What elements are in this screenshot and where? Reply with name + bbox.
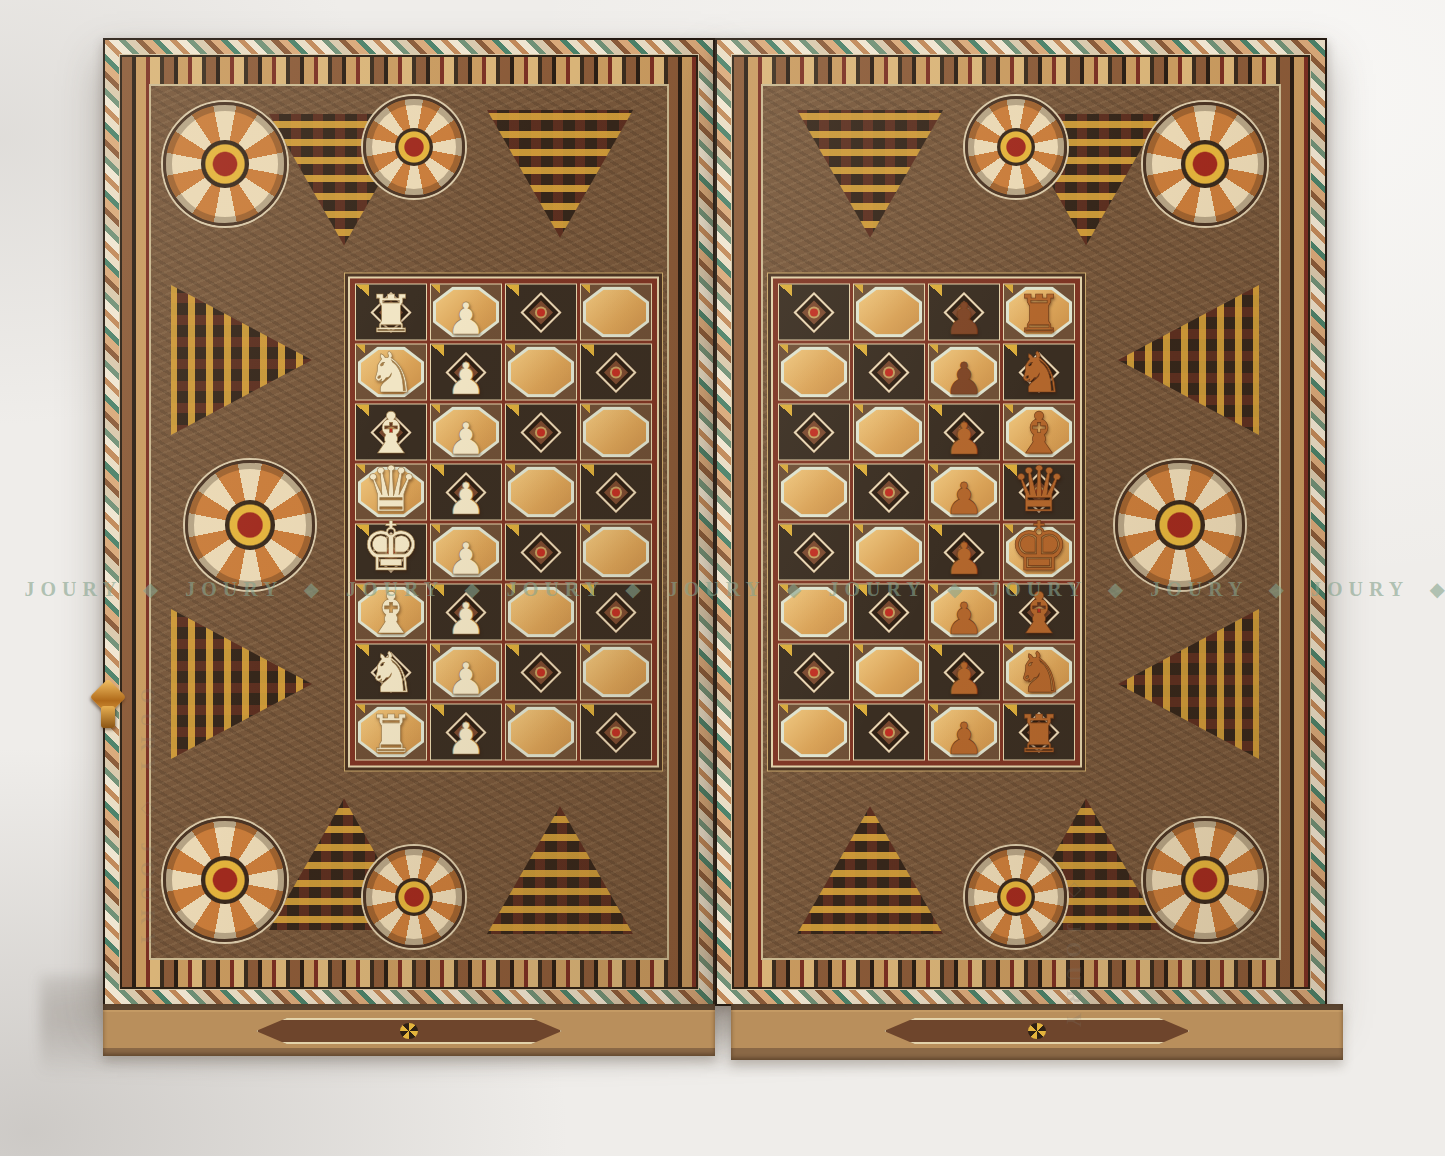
square-g1[interactable]: ♞: [356, 645, 426, 700]
deco-zone-top: [763, 86, 1279, 279]
mosaic-triangle: [797, 798, 943, 934]
piece-brown-knight[interactable]: ♞: [1014, 347, 1064, 399]
square-c8[interactable]: ♝: [1004, 405, 1074, 460]
mosaic-triangle: [171, 609, 321, 759]
star-rosette: [1143, 102, 1267, 226]
star-rosette: [1115, 460, 1245, 590]
deco-zone-bottom: [151, 765, 667, 958]
square-g6[interactable]: [854, 645, 924, 700]
board-half-left: ♜♞♝♛♚♝♞♜♟♟♟♟♟♟♟♟: [103, 38, 715, 1006]
piece-brown-rook[interactable]: ♜: [1016, 711, 1063, 759]
square-h8[interactable]: ♜: [1004, 705, 1074, 760]
piece-white-knight[interactable]: ♞: [366, 347, 416, 399]
mosaic-triangle: [487, 110, 633, 246]
square-d2[interactable]: ♟: [431, 465, 501, 520]
square-a1[interactable]: ♜: [356, 285, 426, 340]
square-d5[interactable]: [779, 465, 849, 520]
chess-board: ♜♞♝♛♚♝♞♜♟♟♟♟♟♟♟♟: [103, 38, 1343, 1006]
square-h4[interactable]: [581, 705, 651, 760]
square-g7[interactable]: ♟: [929, 645, 999, 700]
square-f1[interactable]: ♝: [356, 585, 426, 640]
piece-brown-pawn[interactable]: ♟: [944, 298, 983, 338]
piece-white-pawn[interactable]: ♟: [446, 658, 485, 698]
piece-white-rook[interactable]: ♜: [368, 711, 415, 759]
square-h5[interactable]: [779, 705, 849, 760]
piece-brown-bishop[interactable]: ♝: [1013, 586, 1064, 638]
deco-zone-side: [151, 279, 357, 765]
square-h1[interactable]: ♜: [356, 705, 426, 760]
mosaic-triangle: [171, 285, 321, 435]
piece-brown-pawn[interactable]: ♟: [944, 358, 983, 398]
piece-brown-pawn[interactable]: ♟: [944, 658, 983, 698]
piece-brown-pawn[interactable]: ♟: [944, 478, 983, 518]
square-a5[interactable]: [779, 285, 849, 340]
mosaic-triangle: [1109, 609, 1259, 759]
piece-brown-pawn[interactable]: ♟: [944, 418, 983, 458]
square-c5[interactable]: [779, 405, 849, 460]
square-e1[interactable]: ♚: [356, 525, 426, 580]
piece-white-pawn[interactable]: ♟: [446, 538, 485, 578]
square-a7[interactable]: ♟: [929, 285, 999, 340]
square-e5[interactable]: [779, 525, 849, 580]
square-f3[interactable]: [506, 585, 576, 640]
square-c7[interactable]: ♟: [929, 405, 999, 460]
square-b3[interactable]: [506, 345, 576, 400]
square-g4[interactable]: [581, 645, 651, 700]
piece-white-bishop[interactable]: ♝: [365, 406, 416, 458]
square-b4[interactable]: [581, 345, 651, 400]
square-h2[interactable]: ♟: [431, 705, 501, 760]
square-a4[interactable]: [581, 285, 651, 340]
mosaic-field: ♟♟♟♟♟♟♟♟♜♞♝♛♚♝♞♜: [761, 84, 1281, 960]
piece-white-pawn[interactable]: ♟: [446, 478, 485, 518]
photo-backdrop: ♜♞♝♛♚♝♞♜♟♟♟♟♟♟♟♟: [0, 0, 1445, 1156]
star-rosette: [163, 102, 287, 226]
deco-zone-top: [151, 86, 667, 279]
square-c6[interactable]: [854, 405, 924, 460]
square-e7[interactable]: ♟: [929, 525, 999, 580]
square-f7[interactable]: ♟: [929, 585, 999, 640]
piece-white-bishop[interactable]: ♝: [365, 586, 416, 638]
star-rosette: [163, 818, 287, 942]
square-h7[interactable]: ♟: [929, 705, 999, 760]
mosaic-triangle: [1109, 285, 1259, 435]
star-rosette: [1143, 818, 1267, 942]
deco-zone-side: [1073, 279, 1279, 765]
piece-white-rook[interactable]: ♜: [368, 291, 415, 339]
board-half-right: ♟♟♟♟♟♟♟♟♜♞♝♛♚♝♞♜: [715, 38, 1327, 1006]
piece-white-pawn[interactable]: ♟: [446, 358, 485, 398]
square-e8[interactable]: ♚: [1004, 525, 1074, 580]
square-a3[interactable]: [506, 285, 576, 340]
star-rosette: [965, 96, 1067, 198]
square-a8[interactable]: ♜: [1004, 285, 1074, 340]
square-g3[interactable]: [506, 645, 576, 700]
square-h3[interactable]: [506, 705, 576, 760]
piece-brown-pawn[interactable]: ♟: [944, 538, 983, 578]
square-f6[interactable]: [854, 585, 924, 640]
chess-grid-left: ♜♞♝♛♚♝♞♜♟♟♟♟♟♟♟♟: [350, 279, 657, 766]
square-b5[interactable]: [779, 345, 849, 400]
mosaic-triangle: [487, 798, 633, 934]
square-g8[interactable]: ♞: [1004, 645, 1074, 700]
star-rosette: [363, 846, 465, 948]
square-g5[interactable]: [779, 645, 849, 700]
square-c3[interactable]: [506, 405, 576, 460]
square-d6[interactable]: [854, 465, 924, 520]
square-f8[interactable]: ♝: [1004, 585, 1074, 640]
piece-brown-knight[interactable]: ♞: [1014, 647, 1064, 699]
square-e4[interactable]: [581, 525, 651, 580]
square-e3[interactable]: [506, 525, 576, 580]
square-a6[interactable]: [854, 285, 924, 340]
square-f4[interactable]: [581, 585, 651, 640]
box-side-edge-left: [103, 1004, 715, 1056]
square-c1[interactable]: ♝: [356, 405, 426, 460]
square-g2[interactable]: ♟: [431, 645, 501, 700]
box-side-edge-right: [731, 1004, 1343, 1060]
square-d4[interactable]: [581, 465, 651, 520]
square-e2[interactable]: ♟: [431, 525, 501, 580]
piece-brown-pawn[interactable]: ♟: [944, 598, 983, 638]
square-h6[interactable]: [854, 705, 924, 760]
piece-white-pawn[interactable]: ♟: [446, 598, 485, 638]
piece-white-pawn[interactable]: ♟: [446, 418, 485, 458]
square-f2[interactable]: ♟: [431, 585, 501, 640]
piece-white-knight[interactable]: ♞: [366, 647, 416, 699]
square-c2[interactable]: ♟: [431, 405, 501, 460]
square-c4[interactable]: [581, 405, 651, 460]
square-b1[interactable]: ♞: [356, 345, 426, 400]
square-a2[interactable]: ♟: [431, 285, 501, 340]
mosaic-field: ♜♞♝♛♚♝♞♜♟♟♟♟♟♟♟♟: [149, 84, 669, 960]
star-rosette: [363, 96, 465, 198]
piece-white-pawn[interactable]: ♟: [446, 298, 485, 338]
piece-brown-rook[interactable]: ♜: [1016, 291, 1063, 339]
piece-brown-king[interactable]: ♚: [1009, 516, 1070, 579]
mosaic-triangle: [797, 110, 943, 246]
brass-clasp-icon: [89, 676, 127, 732]
square-b2[interactable]: ♟: [431, 345, 501, 400]
square-f5[interactable]: [779, 585, 849, 640]
piece-brown-pawn[interactable]: ♟: [944, 718, 983, 758]
chess-grid-right: ♟♟♟♟♟♟♟♟♜♞♝♛♚♝♞♜: [773, 279, 1080, 766]
piece-white-king[interactable]: ♚: [361, 516, 422, 579]
square-b6[interactable]: [854, 345, 924, 400]
piece-brown-bishop[interactable]: ♝: [1013, 406, 1064, 458]
star-rosette: [965, 846, 1067, 948]
square-b7[interactable]: ♟: [929, 345, 999, 400]
square-d7[interactable]: ♟: [929, 465, 999, 520]
square-b8[interactable]: ♞: [1004, 345, 1074, 400]
piece-white-pawn[interactable]: ♟: [446, 718, 485, 758]
square-d3[interactable]: [506, 465, 576, 520]
square-e6[interactable]: [854, 525, 924, 580]
star-rosette: [185, 460, 315, 590]
deco-zone-bottom: [763, 765, 1279, 958]
